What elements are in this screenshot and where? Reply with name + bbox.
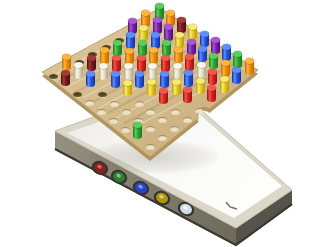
hole-empty[interactable] bbox=[98, 92, 107, 97]
hole-empty[interactable] bbox=[121, 127, 130, 132]
hole-empty[interactable] bbox=[110, 101, 119, 106]
peg-blue[interactable] bbox=[86, 71, 95, 90]
peg-dark-red[interactable] bbox=[61, 70, 70, 89]
peg-cap bbox=[188, 24, 197, 30]
peg-blue[interactable] bbox=[232, 67, 241, 86]
peg-cap bbox=[86, 71, 95, 77]
hole-empty[interactable] bbox=[97, 109, 106, 114]
peg-yellow[interactable] bbox=[220, 76, 229, 95]
peg-cap bbox=[187, 39, 196, 45]
hole-empty[interactable] bbox=[158, 117, 167, 122]
peg-cap bbox=[221, 60, 230, 66]
peg-cap bbox=[196, 78, 205, 84]
peg-yellow[interactable] bbox=[123, 80, 132, 99]
hole-empty[interactable] bbox=[49, 74, 58, 79]
peg-cap bbox=[99, 63, 108, 69]
peg-cap bbox=[113, 40, 122, 46]
peg-white[interactable] bbox=[99, 63, 108, 82]
peg-cap bbox=[198, 46, 207, 52]
hole-empty[interactable] bbox=[171, 109, 180, 114]
hole-empty[interactable] bbox=[183, 117, 192, 122]
peg-cap bbox=[160, 71, 169, 77]
peg-cap bbox=[177, 17, 186, 23]
peg-cap bbox=[162, 40, 171, 46]
peg-cap bbox=[200, 31, 209, 37]
peg-cap bbox=[173, 63, 182, 69]
hole-empty[interactable] bbox=[195, 108, 204, 113]
peg-yellow[interactable] bbox=[172, 79, 181, 98]
peg-red[interactable] bbox=[183, 87, 192, 106]
peg-cap bbox=[245, 58, 254, 64]
peg-cap bbox=[128, 18, 137, 24]
peg-cap bbox=[174, 47, 183, 53]
peg-red[interactable] bbox=[159, 88, 168, 107]
peg-cap bbox=[155, 3, 164, 9]
peg-cap bbox=[159, 88, 168, 94]
hole-empty[interactable] bbox=[122, 109, 131, 114]
peg-blue[interactable] bbox=[135, 71, 144, 90]
hole-empty[interactable] bbox=[109, 118, 118, 123]
product-photo-pegboard-lightbox bbox=[0, 0, 330, 247]
hole-empty[interactable] bbox=[146, 144, 155, 149]
peg-cap bbox=[197, 62, 206, 68]
peg-orange[interactable] bbox=[245, 58, 254, 77]
peg-cap bbox=[61, 70, 70, 76]
peg-green[interactable] bbox=[133, 122, 142, 141]
peg-cap bbox=[125, 48, 134, 54]
peg-white[interactable] bbox=[74, 62, 83, 81]
hole-empty[interactable] bbox=[158, 135, 167, 140]
peg-cap bbox=[138, 40, 147, 46]
hole-empty[interactable] bbox=[73, 92, 82, 97]
hole-empty[interactable] bbox=[146, 109, 155, 114]
peg-cap bbox=[123, 80, 132, 86]
hole-empty[interactable] bbox=[146, 126, 155, 131]
peg-cap bbox=[175, 32, 184, 38]
peg-cap bbox=[166, 10, 175, 16]
hole-empty[interactable] bbox=[135, 101, 144, 106]
peg-cap bbox=[183, 87, 192, 93]
hole-empty[interactable] bbox=[85, 100, 94, 105]
peg-yellow[interactable] bbox=[196, 78, 205, 97]
hole-empty[interactable] bbox=[170, 126, 179, 131]
peg-yellow[interactable] bbox=[147, 79, 156, 98]
peg-red[interactable] bbox=[207, 85, 216, 104]
peg-cap bbox=[62, 54, 71, 60]
pegs-layer bbox=[0, 0, 330, 247]
peg-blue[interactable] bbox=[111, 71, 120, 90]
peg-cap bbox=[87, 55, 96, 61]
peg-cap bbox=[172, 79, 181, 85]
